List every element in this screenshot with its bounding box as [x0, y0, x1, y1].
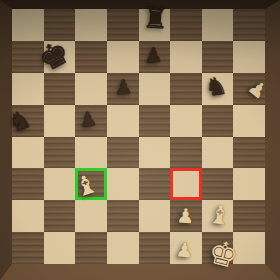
board-square[interactable] [139, 137, 171, 169]
board-square[interactable] [44, 200, 76, 232]
board-square[interactable] [139, 105, 171, 137]
board-square[interactable] [75, 73, 107, 105]
board-square[interactable] [233, 9, 265, 41]
board-square[interactable] [75, 9, 107, 41]
piece-glyph: ♟ [78, 107, 99, 129]
board-square[interactable] [202, 105, 234, 137]
board-square[interactable] [233, 200, 265, 232]
board-square[interactable]: ♟ [170, 200, 202, 232]
black-king[interactable]: ♚ [44, 41, 76, 73]
board-square[interactable] [107, 41, 139, 73]
board-square[interactable] [75, 232, 107, 264]
white-pawn[interactable]: ♟ [170, 232, 202, 264]
piece-glyph: ♚ [205, 234, 242, 273]
piece-glyph: ♞ [204, 73, 230, 101]
board-square[interactable] [139, 200, 171, 232]
board-square[interactable] [202, 9, 234, 41]
board-square[interactable] [139, 73, 171, 105]
board-square[interactable] [139, 168, 171, 200]
board-square[interactable] [170, 41, 202, 73]
board-square[interactable] [12, 137, 44, 169]
board-square[interactable] [12, 232, 44, 264]
piece-glyph: ♝ [71, 170, 101, 202]
board-square[interactable] [44, 232, 76, 264]
board-square[interactable] [202, 41, 234, 73]
board-square[interactable]: ♚ [202, 232, 234, 264]
red-highlight-box [170, 168, 202, 200]
board-square[interactable] [44, 105, 76, 137]
black-pawn[interactable]: ♟ [107, 73, 139, 105]
board-square[interactable] [107, 168, 139, 200]
white-bishop[interactable]: ♝ [202, 200, 234, 232]
board-square[interactable] [233, 105, 265, 137]
board-square[interactable]: ♞ [12, 105, 44, 137]
black-knight[interactable]: ♞ [202, 73, 234, 105]
board-square[interactable]: ♟ [233, 73, 265, 105]
piece-glyph: ♟ [145, 45, 164, 66]
black-pawn[interactable]: ♟ [139, 41, 171, 73]
piece-glyph: ♟ [114, 76, 133, 97]
piece-glyph: ♜ [142, 4, 169, 34]
board-square[interactable] [107, 200, 139, 232]
black-knight[interactable]: ♞ [12, 105, 44, 137]
board-square[interactable] [202, 168, 234, 200]
board-square[interactable] [107, 232, 139, 264]
board-square[interactable] [233, 41, 265, 73]
board-square[interactable]: ♜ [139, 9, 171, 41]
board-square[interactable]: ♞ [202, 73, 234, 105]
board-square[interactable] [12, 168, 44, 200]
chess-board: ♜♚♟♟♞♟♞♟♝♟♝♟♚ [12, 9, 265, 264]
piece-glyph: ♟ [176, 206, 195, 227]
board-square[interactable]: ♚ [44, 41, 76, 73]
board-square[interactable] [12, 200, 44, 232]
piece-glyph: ♝ [206, 201, 233, 230]
board-square[interactable]: ♟ [170, 232, 202, 264]
piece-glyph: ♟ [245, 76, 271, 103]
white-pawn[interactable]: ♟ [233, 73, 265, 105]
white-pawn[interactable]: ♟ [170, 200, 202, 232]
board-square[interactable] [44, 137, 76, 169]
board-square[interactable] [233, 168, 265, 200]
board-square[interactable] [170, 168, 202, 200]
black-pawn[interactable]: ♟ [75, 105, 107, 137]
board-square[interactable] [75, 137, 107, 169]
board-square[interactable] [170, 9, 202, 41]
white-king[interactable]: ♚ [202, 232, 234, 264]
piece-glyph: ♟ [175, 239, 194, 260]
board-square[interactable] [170, 137, 202, 169]
piece-glyph: ♞ [5, 106, 33, 136]
board-square[interactable]: ♟ [75, 105, 107, 137]
white-bishop[interactable]: ♝ [75, 168, 107, 200]
board-square[interactable] [170, 105, 202, 137]
board-square[interactable] [75, 200, 107, 232]
board-frame: ♜♚♟♟♞♟♞♟♝♟♝♟♚ [0, 0, 280, 280]
board-square[interactable]: ♝ [75, 168, 107, 200]
board-square[interactable] [202, 137, 234, 169]
board-square[interactable] [107, 105, 139, 137]
board-square[interactable] [233, 137, 265, 169]
board-square[interactable] [107, 9, 139, 41]
board-square[interactable] [170, 73, 202, 105]
board-square[interactable]: ♟ [107, 73, 139, 105]
board-square[interactable]: ♝ [202, 200, 234, 232]
black-rook[interactable]: ♜ [139, 9, 171, 41]
board-square[interactable] [75, 41, 107, 73]
board-square[interactable] [44, 168, 76, 200]
chessboard-photo: ♜♚♟♟♞♟♞♟♝♟♝♟♚ [0, 0, 280, 280]
board-square[interactable]: ♟ [139, 41, 171, 73]
board-square[interactable] [107, 137, 139, 169]
board-square[interactable] [139, 232, 171, 264]
board-square[interactable] [12, 73, 44, 105]
board-square[interactable] [12, 9, 44, 41]
